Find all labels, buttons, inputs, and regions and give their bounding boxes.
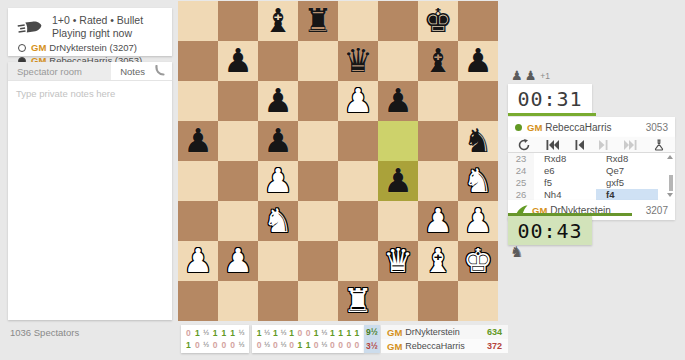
move-white-f5[interactable]: f5 [534,177,596,189]
game-result: 0 [255,339,263,351]
square-e4[interactable] [338,161,378,201]
black-pawn-f6: ♟ [378,81,418,121]
material-advantage-label: +1 [540,71,550,81]
square-b6[interactable] [218,81,258,121]
move-black-Rxd8[interactable]: Rxd8 [596,153,658,165]
white-knight-h4: ♞ [458,161,498,201]
black-pawn-b7: ♟ [218,41,258,81]
score-row-white[interactable]: GM DrNykterstein 634 [381,325,508,339]
game-result: ½ [320,339,328,351]
match-score-set1: 01½111½ 10½000½ [181,325,249,353]
square-e3[interactable] [338,201,378,241]
square-b8[interactable] [218,1,258,41]
game-result: 1 [345,327,353,339]
square-g1[interactable] [418,281,458,321]
score-black-name: RebeccaHarris [405,341,465,351]
game-result: ½ [279,327,287,339]
move-list: 23Rxd8Rxd824e6Qe725f5gxf526Nh4f4 [508,153,675,200]
square-h1[interactable] [458,281,498,321]
captured-pawn-icon: ♟ [525,69,537,83]
captured-pieces-black: ♟♟+1 [511,69,550,83]
game-status-label: Playing right now [52,27,143,40]
black-bishop-c8: ♝ [258,1,298,41]
black-pawn-c5: ♟ [258,121,298,161]
square-c4[interactable]: ♟ [258,161,298,201]
game-result: ½ [237,339,246,351]
square-g2[interactable]: ♝ [418,241,458,281]
game-result: 0 [211,339,220,351]
square-a1[interactable] [178,281,218,321]
move-number: 25 [508,177,534,189]
square-b2[interactable]: ♟ [218,241,258,281]
bullet-icon [16,18,46,36]
square-g3[interactable]: ♟ [418,201,458,241]
white-pawn-h3: ♟ [458,201,498,241]
square-f7[interactable] [378,41,418,81]
white-rook-e1: ♜ [338,281,378,321]
game-result: 0 [337,339,345,351]
square-d4[interactable] [298,161,338,201]
black-player-row[interactable]: GM RebeccaHarris 3053 [508,117,675,137]
game-result: 1 [296,339,304,351]
scrollbar-thumb[interactable] [669,175,673,191]
game-result: 0 [312,339,320,351]
square-b3[interactable] [218,201,258,241]
square-d2[interactable] [298,241,338,281]
score-white-name: DrNykterstein [405,327,460,337]
game-result: 0 [193,339,202,351]
game-result: 1 [353,327,361,339]
chat-settings-icon[interactable] [154,62,172,80]
white-player-name: DrNykterstein [49,42,107,53]
square-a7[interactable] [178,41,218,81]
notes-input[interactable]: Type private notes here [8,81,172,320]
first-move-button[interactable] [546,140,559,150]
square-f5[interactable] [378,121,418,161]
square-g6[interactable] [418,81,458,121]
next-move-button[interactable] [599,140,608,150]
white-knight-c3: ♞ [258,201,298,241]
square-f3[interactable] [378,201,418,241]
square-c2[interactable] [258,241,298,281]
square-h3[interactable]: ♟ [458,201,498,241]
square-g7[interactable]: ♝ [418,41,458,81]
move-black-Qe7[interactable]: Qe7 [596,165,658,177]
square-f1[interactable] [378,281,418,321]
square-h8[interactable] [458,1,498,41]
game-result: 0 [288,339,296,351]
square-f6[interactable]: ♟ [378,81,418,121]
white-player-line[interactable]: GM DrNykterstein (3207) [16,42,164,53]
white-pawn-e6: ♟ [338,81,378,121]
square-g8[interactable]: ♚ [418,1,458,41]
chat-notes-card: Spectator room Notes Type private notes … [8,62,172,320]
time-control-label: 1+0 • Rated • Bullet [52,14,143,27]
game-result: 1 [312,327,320,339]
square-h2[interactable]: ♚ [458,241,498,281]
black-time-gauge [508,113,596,116]
move-number: 24 [508,165,534,177]
score-white-total: 634 [487,327,502,337]
move-row-26: 26Nh4f4 [508,189,675,200]
black-pawn-f4: ♟ [378,161,418,201]
square-c8[interactable]: ♝ [258,1,298,41]
game-result: 1 [193,327,202,339]
scroll-down-icon[interactable] [667,193,673,197]
game-result: ½ [202,327,211,339]
match-score-players: GM DrNykterstein 634 GM RebeccaHarris 37… [381,325,508,353]
last-move-button[interactable] [624,140,637,150]
tab-spectator-room[interactable]: Spectator room [8,62,111,80]
move-navigation-toolbar [508,137,675,153]
game-result: 1 [328,327,336,339]
square-g4[interactable] [418,161,458,201]
game-result: 1 [228,327,237,339]
game-result: 0 [228,339,237,351]
move-list-scrollbar[interactable] [665,154,674,199]
square-b5[interactable] [218,121,258,161]
white-title-badge: GM [31,42,46,53]
game-result: ½ [263,327,271,339]
game-result: 0 [353,339,361,351]
square-a8[interactable] [178,1,218,41]
square-e6[interactable]: ♟ [338,81,378,121]
game-result: 0 [328,339,336,351]
white-color-icon [18,44,26,52]
square-e8[interactable] [338,1,378,41]
square-a5[interactable]: ♟ [178,121,218,161]
square-d1[interactable] [298,281,338,321]
square-a2[interactable]: ♟ [178,241,218,281]
chess-board[interactable]: ♝♜♚♟♛♝♟♟♟♟♟♟♞♟♟♞♞♟♟♟♟♛♝♚♜ [178,1,498,321]
square-g5[interactable] [418,121,458,161]
move-white-Rxd8[interactable]: Rxd8 [534,153,596,165]
square-h6[interactable] [458,81,498,121]
game-result: 0 [345,339,353,351]
game-result: 1 [219,327,228,339]
square-d6[interactable] [298,81,338,121]
game-result: ½ [237,327,246,339]
match-score-set2: 1½1½1001½1111 0½0½0110½0000 [252,325,364,353]
square-e2[interactable] [338,241,378,281]
white-clock: 00:43 [508,216,592,245]
online-indicator-icon [515,124,522,131]
scroll-up-icon[interactable] [667,155,673,159]
black-queen-e7: ♛ [338,41,378,81]
analysis-board-button[interactable] [653,139,665,151]
move-row-24: 24e6Qe7 [508,165,675,177]
move-white-e6[interactable]: e6 [534,165,596,177]
game-result: ½ [279,339,287,351]
square-b7[interactable]: ♟ [218,41,258,81]
white-player-rating: (3207) [110,42,137,53]
square-h4[interactable]: ♞ [458,161,498,201]
square-e7[interactable]: ♛ [338,41,378,81]
square-f2[interactable]: ♛ [378,241,418,281]
square-a4[interactable] [178,161,218,201]
white-queen-f2: ♛ [378,241,418,281]
square-f8[interactable] [378,1,418,41]
black-title-badge: GM [527,122,542,133]
game-result: ½ [202,339,211,351]
black-pawn-a5: ♟ [178,121,218,161]
game-result: 1 [255,327,263,339]
game-result: 1 [271,327,279,339]
square-a6[interactable] [178,81,218,121]
score-black-total: 372 [487,341,502,351]
white-pawn-c4: ♟ [258,161,298,201]
move-number: 23 [508,153,534,165]
game-result: 0 [271,339,279,351]
square-e5[interactable] [338,121,378,161]
spectator-count: 1036 Spectators [10,327,79,338]
black-player-rating: 3053 [646,122,668,133]
square-c5[interactable]: ♟ [258,121,298,161]
game-result: 1 [304,339,312,351]
match-score-totals: 9½ 3½ [364,325,380,353]
game-result: 0 [296,327,304,339]
captured-knight-icon: ♞ [510,243,523,261]
square-c3[interactable]: ♞ [258,201,298,241]
move-black-f4[interactable]: f4 [596,189,658,200]
move-row-25: 25f5gxf5 [508,177,675,189]
square-f4[interactable]: ♟ [378,161,418,201]
black-king-g8: ♚ [418,1,458,41]
set-total-bottom: 3½ [364,339,380,353]
black-knight-h5: ♞ [458,121,498,161]
square-a3[interactable] [178,201,218,241]
square-d3[interactable] [298,201,338,241]
white-player-rating: 3207 [646,205,668,216]
square-d5[interactable] [298,121,338,161]
square-e1[interactable]: ♜ [338,281,378,321]
notes-placeholder: Type private notes here [16,88,164,99]
game-info-card: 1+0 • Rated • Bullet Playing right now G… [8,8,172,56]
black-pawn-c6: ♟ [258,81,298,121]
square-d7[interactable] [298,41,338,81]
game-result: 1 [288,327,296,339]
game-result: 1 [184,339,193,351]
square-b4[interactable] [218,161,258,201]
black-rook-d8: ♜ [298,1,338,41]
tab-notes[interactable]: Notes [111,62,154,80]
captured-pieces-white: ♞ [510,243,525,261]
white-pawn-a2: ♟ [178,241,218,281]
game-result: 0 [219,339,228,351]
game-result: 1 [337,327,345,339]
square-h5[interactable]: ♞ [458,121,498,161]
black-pawn-h7: ♟ [458,41,498,81]
black-clock: 00:31 [508,84,592,113]
game-result: ½ [263,339,271,351]
white-king-h2: ♚ [458,241,498,281]
previous-move-button[interactable] [575,140,584,150]
move-white-Nh4[interactable]: Nh4 [534,189,596,200]
game-result: 1 [211,327,220,339]
game-result: ½ [320,327,328,339]
square-c6[interactable]: ♟ [258,81,298,121]
white-pawn-g3: ♟ [418,201,458,241]
square-c1[interactable] [258,281,298,321]
square-d8[interactable]: ♜ [298,1,338,41]
square-h7[interactable]: ♟ [458,41,498,81]
move-number: 26 [508,189,534,200]
captured-pawn-icon: ♟ [511,69,523,83]
square-c7[interactable] [258,41,298,81]
white-pawn-b2: ♟ [218,241,258,281]
move-black-gxf5[interactable]: gxf5 [596,177,658,189]
flip-board-icon[interactable] [518,139,530,151]
game-result: 0 [304,327,312,339]
white-bishop-g2: ♝ [418,241,458,281]
move-row-23: 23Rxd8Rxd8 [508,153,675,165]
game-result: 0 [184,327,193,339]
black-bishop-g7: ♝ [418,41,458,81]
score-row-black[interactable]: GM RebeccaHarris 372 [381,339,508,353]
set-total-top: 9½ [364,325,380,339]
black-player-name: RebeccaHarris [545,122,611,133]
square-b1[interactable] [218,281,258,321]
